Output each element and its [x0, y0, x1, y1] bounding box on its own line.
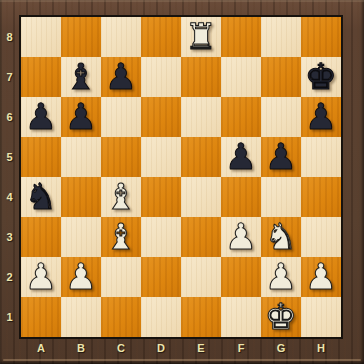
square-a5[interactable] [21, 137, 61, 177]
square-h4[interactable] [301, 177, 341, 217]
rank-label-1: 1 [0, 297, 19, 337]
square-d6[interactable] [141, 97, 181, 137]
white-pawn-a2[interactable]: ♟ [21, 257, 61, 297]
chess-board-frame: ♜♝♟♚♟♟♟♟♟♞♝♝♟♞♟♟♟♟♚ 87654321 ABCDEFGH [0, 0, 364, 364]
square-f7[interactable] [221, 57, 261, 97]
square-f1[interactable] [221, 297, 261, 337]
square-a3[interactable] [21, 217, 61, 257]
square-d4[interactable] [141, 177, 181, 217]
square-g3[interactable]: ♞ [261, 217, 301, 257]
square-g6[interactable] [261, 97, 301, 137]
file-label-a: A [21, 339, 61, 359]
square-g4[interactable] [261, 177, 301, 217]
square-c3[interactable]: ♝ [101, 217, 141, 257]
file-label-c: C [101, 339, 141, 359]
square-h5[interactable] [301, 137, 341, 177]
square-g7[interactable] [261, 57, 301, 97]
square-c1[interactable] [101, 297, 141, 337]
square-e2[interactable] [181, 257, 221, 297]
black-pawn-f5[interactable]: ♟ [221, 137, 261, 177]
square-e7[interactable] [181, 57, 221, 97]
square-a8[interactable] [21, 17, 61, 57]
white-pawn-b2[interactable]: ♟ [61, 257, 101, 297]
square-b8[interactable] [61, 17, 101, 57]
square-e8[interactable]: ♜ [181, 17, 221, 57]
square-e6[interactable] [181, 97, 221, 137]
black-pawn-h6[interactable]: ♟ [301, 97, 341, 137]
square-d8[interactable] [141, 17, 181, 57]
square-e1[interactable] [181, 297, 221, 337]
white-knight-g3[interactable]: ♞ [261, 217, 301, 257]
file-label-g: G [261, 339, 301, 359]
file-label-h: H [301, 339, 341, 359]
white-bishop-c4[interactable]: ♝ [101, 177, 141, 217]
file-labels: ABCDEFGH [21, 339, 341, 359]
square-d2[interactable] [141, 257, 181, 297]
square-d7[interactable] [141, 57, 181, 97]
square-b2[interactable]: ♟ [61, 257, 101, 297]
square-b7[interactable]: ♝ [61, 57, 101, 97]
square-d3[interactable] [141, 217, 181, 257]
square-c7[interactable]: ♟ [101, 57, 141, 97]
rank-label-5: 5 [0, 137, 19, 177]
square-a2[interactable]: ♟ [21, 257, 61, 297]
square-h7[interactable]: ♚ [301, 57, 341, 97]
file-label-e: E [181, 339, 221, 359]
file-label-f: F [221, 339, 261, 359]
square-h6[interactable]: ♟ [301, 97, 341, 137]
square-f2[interactable] [221, 257, 261, 297]
square-b5[interactable] [61, 137, 101, 177]
square-e3[interactable] [181, 217, 221, 257]
square-b6[interactable]: ♟ [61, 97, 101, 137]
square-h3[interactable] [301, 217, 341, 257]
black-bishop-b7[interactable]: ♝ [61, 57, 101, 97]
rank-label-3: 3 [0, 217, 19, 257]
square-e5[interactable] [181, 137, 221, 177]
square-a6[interactable]: ♟ [21, 97, 61, 137]
square-f3[interactable]: ♟ [221, 217, 261, 257]
square-c4[interactable]: ♝ [101, 177, 141, 217]
square-b1[interactable] [61, 297, 101, 337]
square-g2[interactable]: ♟ [261, 257, 301, 297]
square-a7[interactable] [21, 57, 61, 97]
square-a1[interactable] [21, 297, 61, 337]
white-bishop-c3[interactable]: ♝ [101, 217, 141, 257]
black-pawn-b6[interactable]: ♟ [61, 97, 101, 137]
white-pawn-f3[interactable]: ♟ [221, 217, 261, 257]
black-pawn-g5[interactable]: ♟ [261, 137, 301, 177]
black-pawn-a6[interactable]: ♟ [21, 97, 61, 137]
file-label-b: B [61, 339, 101, 359]
rank-label-7: 7 [0, 57, 19, 97]
white-rook-e8[interactable]: ♜ [181, 17, 221, 57]
rank-label-2: 2 [0, 257, 19, 297]
rank-label-8: 8 [0, 17, 19, 57]
rank-labels: 87654321 [0, 17, 19, 337]
square-a4[interactable]: ♞ [21, 177, 61, 217]
square-c2[interactable] [101, 257, 141, 297]
square-e4[interactable] [181, 177, 221, 217]
square-g1[interactable]: ♚ [261, 297, 301, 337]
square-f5[interactable]: ♟ [221, 137, 261, 177]
square-f8[interactable] [221, 17, 261, 57]
rank-label-4: 4 [0, 177, 19, 217]
square-c6[interactable] [101, 97, 141, 137]
square-f6[interactable] [221, 97, 261, 137]
square-g5[interactable]: ♟ [261, 137, 301, 177]
square-d1[interactable] [141, 297, 181, 337]
file-label-d: D [141, 339, 181, 359]
white-pawn-h2[interactable]: ♟ [301, 257, 341, 297]
black-king-h7[interactable]: ♚ [301, 57, 341, 97]
square-d5[interactable] [141, 137, 181, 177]
square-h8[interactable] [301, 17, 341, 57]
black-pawn-c7[interactable]: ♟ [101, 57, 141, 97]
chess-board: ♜♝♟♚♟♟♟♟♟♞♝♝♟♞♟♟♟♟♚ [19, 15, 343, 339]
square-h1[interactable] [301, 297, 341, 337]
square-h2[interactable]: ♟ [301, 257, 341, 297]
square-g8[interactable] [261, 17, 301, 57]
square-b4[interactable] [61, 177, 101, 217]
square-f4[interactable] [221, 177, 261, 217]
white-pawn-g2[interactable]: ♟ [261, 257, 301, 297]
frame-bevel [3, 359, 361, 361]
rank-label-6: 6 [0, 97, 19, 137]
square-c8[interactable] [101, 17, 141, 57]
black-knight-a4[interactable]: ♞ [21, 177, 61, 217]
square-c5[interactable] [101, 137, 141, 177]
white-king-g1[interactable]: ♚ [261, 297, 301, 337]
square-b3[interactable] [61, 217, 101, 257]
